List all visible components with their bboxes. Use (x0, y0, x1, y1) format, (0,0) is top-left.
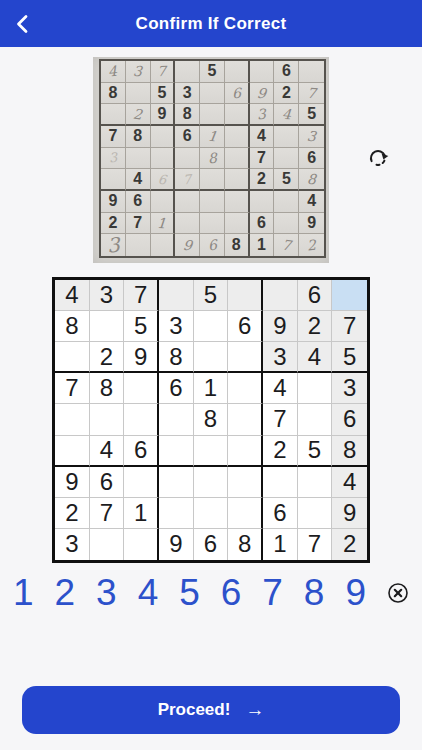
photo-cell: 7 (101, 126, 126, 148)
board-cell[interactable] (194, 498, 229, 529)
board-cell[interactable]: 4 (90, 436, 125, 467)
photo-cell (175, 148, 200, 170)
photo-cell (274, 191, 299, 213)
board-cell[interactable]: 4 (298, 342, 333, 373)
board-cell[interactable] (298, 467, 333, 498)
board-cell[interactable] (228, 404, 263, 435)
digit-button-5[interactable]: 5 (179, 574, 200, 611)
page-title: Confirm If Correct (136, 14, 287, 34)
photo-cell: 8 (225, 234, 250, 256)
photo-cell: 8 (200, 148, 225, 170)
board-cell[interactable]: 8 (194, 404, 229, 435)
photo-cell: 3 (299, 126, 324, 148)
board-cell[interactable] (228, 467, 263, 498)
board-cell[interactable]: 6 (263, 498, 298, 529)
photo-cell: 7 (175, 169, 200, 191)
puzzle-photo: 4375685369272983457861433876467258964271… (93, 57, 329, 263)
rotate-icon[interactable] (366, 146, 390, 170)
photo-cell: 2 (299, 234, 324, 256)
arrow-right-icon: → (245, 699, 264, 721)
board-cell[interactable] (90, 311, 125, 342)
board-cell[interactable]: 7 (90, 498, 125, 529)
photo-cell (200, 83, 225, 105)
photo-cell: 6 (175, 126, 200, 148)
board-cell[interactable] (194, 467, 229, 498)
board-cell[interactable] (263, 280, 298, 311)
photo-cell (225, 61, 250, 83)
photo-cell: 4 (274, 104, 299, 126)
photo-cell (299, 61, 324, 83)
board-cell[interactable] (263, 467, 298, 498)
proceed-label: Proceed! (158, 700, 231, 720)
board-cell[interactable]: 1 (124, 498, 159, 529)
photo-cell (126, 234, 151, 256)
photo-cell: 6 (126, 191, 151, 213)
photo-cell: 8 (299, 169, 324, 191)
erase-icon[interactable] (387, 582, 409, 604)
digit-button-2[interactable]: 2 (55, 574, 76, 611)
board-cell[interactable]: 7 (332, 311, 367, 342)
photo-cell (225, 104, 250, 126)
photo-cell: 5 (151, 83, 176, 105)
photo-cell: 2 (101, 213, 126, 235)
board-cell[interactable] (194, 311, 229, 342)
board-cell[interactable]: 9 (124, 342, 159, 373)
photo-cell (200, 191, 225, 213)
board-cell[interactable]: 4 (55, 280, 90, 311)
photo-cell: 5 (274, 169, 299, 191)
photo-cell: 8 (175, 104, 200, 126)
photo-cell (126, 148, 151, 170)
digit-button-6[interactable]: 6 (221, 574, 242, 611)
board-cell[interactable]: 3 (263, 342, 298, 373)
board-cell[interactable]: 8 (90, 373, 125, 404)
photo-cell: 6 (250, 213, 275, 235)
photo-cell: 7 (151, 61, 176, 83)
board-cell[interactable] (194, 436, 229, 467)
board-cell[interactable]: 7 (263, 404, 298, 435)
board-cell[interactable] (159, 467, 194, 498)
digit-button-1[interactable]: 1 (13, 574, 34, 611)
board-cell[interactable]: 9 (159, 529, 194, 560)
board-cell[interactable]: 2 (55, 498, 90, 529)
board-cell[interactable]: 9 (55, 467, 90, 498)
photo-cell: 3 (101, 234, 126, 256)
board-cell[interactable]: 6 (228, 311, 263, 342)
board-cell[interactable]: 9 (332, 498, 367, 529)
board-cell[interactable]: 2 (298, 311, 333, 342)
board-cell[interactable]: 3 (332, 373, 367, 404)
board-cell[interactable]: 2 (90, 342, 125, 373)
digit-button-4[interactable]: 4 (138, 574, 159, 611)
board-cell[interactable] (90, 529, 125, 560)
photo-cell: 9 (250, 83, 275, 105)
photo-cell (250, 61, 275, 83)
board-cell[interactable] (298, 404, 333, 435)
photo-cell (225, 213, 250, 235)
board-cell[interactable] (228, 280, 263, 311)
board-cell[interactable] (124, 404, 159, 435)
photo-cell: 7 (299, 83, 324, 105)
board-cell[interactable]: 3 (90, 280, 125, 311)
photo-cell: 2 (126, 104, 151, 126)
photo-cell: 3 (126, 61, 151, 83)
photo-cell: 6 (274, 61, 299, 83)
photo-cell: 3 (250, 104, 275, 126)
photo-cell (151, 191, 176, 213)
photo-cell: 6 (225, 83, 250, 105)
board-cell[interactable]: 2 (263, 436, 298, 467)
photo-cell: 2 (250, 169, 275, 191)
photo-cell (101, 104, 126, 126)
board-cell[interactable]: 8 (332, 436, 367, 467)
board-cell[interactable]: 7 (124, 280, 159, 311)
photo-cell: 5 (299, 104, 324, 126)
board-cell[interactable] (228, 373, 263, 404)
board-cell[interactable] (55, 404, 90, 435)
photo-cell (200, 104, 225, 126)
photo-cell: 8 (126, 126, 151, 148)
photo-cell: 1 (200, 126, 225, 148)
photo-cell: 6 (200, 234, 225, 256)
photo-cell (175, 213, 200, 235)
board-cell[interactable] (55, 342, 90, 373)
back-icon[interactable] (10, 11, 36, 37)
board-cell[interactable]: 6 (194, 529, 229, 560)
photo-cell (175, 61, 200, 83)
board-cell[interactable] (298, 373, 333, 404)
photo-cell (175, 191, 200, 213)
board-cell[interactable]: 1 (194, 373, 229, 404)
board-cell[interactable]: 6 (159, 373, 194, 404)
photo-cell: 4 (299, 191, 324, 213)
photo-cell: 3 (101, 148, 126, 170)
board-cell[interactable]: 2 (332, 529, 367, 560)
photo-cell: 8 (101, 83, 126, 105)
photo-cell (250, 191, 275, 213)
board-cell[interactable]: 5 (124, 311, 159, 342)
board-cell[interactable]: 7 (55, 373, 90, 404)
photo-cell: 9 (299, 213, 324, 235)
board-cell[interactable] (228, 436, 263, 467)
photo-cell: 1 (151, 213, 176, 235)
photo-cell: 1 (250, 234, 275, 256)
proceed-button[interactable]: Proceed! → (22, 686, 400, 734)
photo-cell: 4 (101, 61, 126, 83)
board-cell-selected[interactable] (332, 280, 367, 311)
board-cell[interactable] (124, 529, 159, 560)
photo-cell (225, 191, 250, 213)
photo-grid: 4375685369272983457861433876467258964271… (99, 59, 326, 258)
board-cell[interactable]: 5 (298, 436, 333, 467)
board-cell[interactable]: 8 (159, 342, 194, 373)
photo-cell (200, 213, 225, 235)
board-cell[interactable] (194, 342, 229, 373)
photo-cell: 7 (274, 234, 299, 256)
photo-cell: 6 (151, 169, 176, 191)
board-cell[interactable]: 6 (90, 467, 125, 498)
board-cell[interactable]: 5 (332, 342, 367, 373)
photo-cell: 9 (175, 234, 200, 256)
board-cell[interactable]: 7 (298, 529, 333, 560)
board-cell[interactable] (159, 404, 194, 435)
photo-cell (274, 126, 299, 148)
header: Confirm If Correct (0, 0, 422, 47)
numpad: 123456789 (0, 566, 422, 618)
board-cell[interactable]: 6 (124, 436, 159, 467)
board-cell[interactable] (159, 280, 194, 311)
board-cell[interactable]: 4 (263, 373, 298, 404)
board-cell[interactable]: 3 (159, 311, 194, 342)
board-cell[interactable] (159, 436, 194, 467)
photo-cell: 4 (250, 126, 275, 148)
board-cell[interactable]: 6 (298, 280, 333, 311)
digit-button-9[interactable]: 9 (345, 574, 366, 611)
photo-cell (151, 148, 176, 170)
photo-cell: 5 (200, 61, 225, 83)
photo-cell: 3 (175, 83, 200, 105)
photo-cell: 9 (151, 104, 176, 126)
photo-cell: 7 (250, 148, 275, 170)
photo-cell (274, 213, 299, 235)
photo-cell: 4 (126, 169, 151, 191)
photo-cell (151, 126, 176, 148)
board-cell[interactable] (228, 342, 263, 373)
photo-cell (126, 83, 151, 105)
board-cell[interactable]: 8 (228, 529, 263, 560)
board-cell[interactable]: 1 (263, 529, 298, 560)
photo-cell: 7 (126, 213, 151, 235)
photo-cell: 6 (299, 148, 324, 170)
photo-cell: 9 (101, 191, 126, 213)
photo-cell (225, 169, 250, 191)
board-cell[interactable]: 4 (332, 467, 367, 498)
board-cell[interactable] (228, 498, 263, 529)
photo-cell (151, 234, 176, 256)
board-cell[interactable] (159, 498, 194, 529)
photo-cell (200, 169, 225, 191)
board-cell[interactable]: 8 (55, 311, 90, 342)
photo-cell (225, 148, 250, 170)
board-cell[interactable]: 3 (55, 529, 90, 560)
photo-cell (274, 148, 299, 170)
photo-cell (225, 126, 250, 148)
board-cell[interactable] (124, 467, 159, 498)
digit-button-8[interactable]: 8 (304, 574, 325, 611)
board-cell[interactable]: 9 (263, 311, 298, 342)
digit-button-3[interactable]: 3 (96, 574, 117, 611)
digit-button-7[interactable]: 7 (262, 574, 283, 611)
board-grid: 4375685369272983457861438764625896427169… (52, 277, 370, 563)
board-cell[interactable]: 5 (194, 280, 229, 311)
board-cell[interactable] (90, 404, 125, 435)
board-cell[interactable] (55, 436, 90, 467)
board-cell[interactable]: 6 (332, 404, 367, 435)
board-cell[interactable] (298, 498, 333, 529)
photo-cell (101, 169, 126, 191)
photo-cell: 2 (274, 83, 299, 105)
board-cell[interactable] (124, 373, 159, 404)
